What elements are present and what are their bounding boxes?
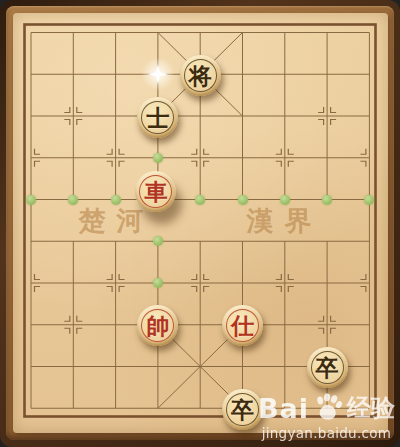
move-hint-dot[interactable] <box>280 195 290 205</box>
xiangqi-game-screenshot: 楚河 漢界 将士車帥仕卒卒 Bai 经验 jingyan.baidu.com <box>0 0 400 447</box>
piece-character: 卒 <box>307 347 348 388</box>
move-hint-dot[interactable] <box>195 195 205 205</box>
piece-character: 車 <box>135 171 176 212</box>
piece-character: 将 <box>180 55 221 96</box>
move-hint-dot[interactable] <box>26 195 36 205</box>
piece-character: 卒 <box>222 389 263 430</box>
move-hint-dot[interactable] <box>111 195 121 205</box>
piece-character: 帥 <box>137 305 178 346</box>
move-hint-dot[interactable] <box>238 195 248 205</box>
move-hint-dot[interactable] <box>364 195 374 205</box>
move-hint-dot[interactable] <box>322 195 332 205</box>
river-label-han-jie: 漢界 <box>236 203 323 239</box>
piece-black-advisor[interactable]: 士 <box>137 97 178 138</box>
piece-red-general[interactable]: 帥 <box>137 305 178 346</box>
piece-black-general[interactable]: 将 <box>180 55 221 96</box>
move-hint-dot[interactable] <box>153 153 163 163</box>
piece-character: 仕 <box>222 305 263 346</box>
move-hint-dot[interactable] <box>68 195 78 205</box>
move-hint-dot[interactable] <box>153 278 163 288</box>
move-hint-dot[interactable] <box>153 236 163 246</box>
piece-black-soldier-1[interactable]: 卒 <box>307 347 348 388</box>
piece-red-advisor[interactable]: 仕 <box>222 305 263 346</box>
piece-black-soldier-2[interactable]: 卒 <box>222 389 263 430</box>
piece-red-chariot[interactable]: 車 <box>135 171 176 212</box>
piece-character: 士 <box>137 97 178 138</box>
